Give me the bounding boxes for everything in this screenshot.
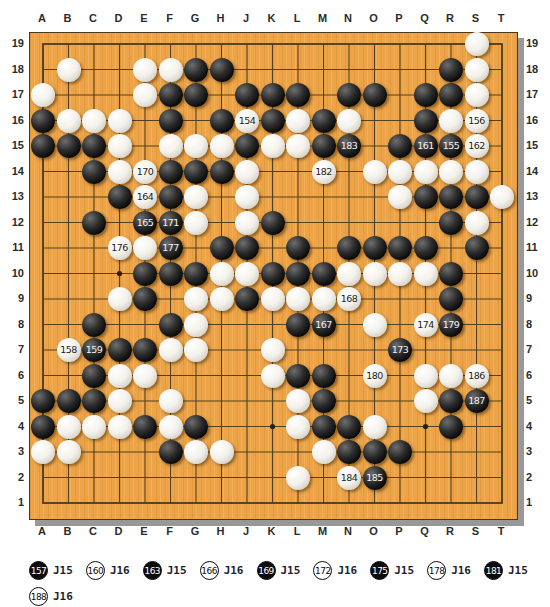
- stone-F12[interactable]: 171: [159, 211, 183, 235]
- stone-D14[interactable]: [108, 160, 132, 184]
- stone-J16[interactable]: 154: [235, 109, 259, 133]
- row-label-left-8: 8: [2, 317, 24, 331]
- stone-C4[interactable]: [82, 415, 106, 439]
- stone-J9[interactable]: [235, 287, 259, 311]
- row-label-left-4: 4: [2, 419, 24, 433]
- stone-R16[interactable]: [439, 109, 463, 133]
- stone-Q14[interactable]: [414, 160, 438, 184]
- row-label-left-14: 14: [2, 164, 24, 178]
- col-label-bottom-C: C: [83, 524, 103, 538]
- row-label-right-8: 8: [526, 317, 548, 331]
- stone-R15[interactable]: 155: [439, 134, 463, 158]
- stone-L15[interactable]: [286, 134, 310, 158]
- stone-M3[interactable]: [312, 440, 336, 464]
- stone-Q6[interactable]: [414, 364, 438, 388]
- stone-J15[interactable]: [235, 134, 259, 158]
- stone-A16[interactable]: [31, 109, 55, 133]
- stone-C6[interactable]: [82, 364, 106, 388]
- white-stone-icon: 166: [200, 561, 219, 580]
- stone-B7[interactable]: 158: [57, 338, 81, 362]
- stone-B4[interactable]: [57, 415, 81, 439]
- caption-move-181: 181J15: [484, 561, 528, 580]
- stone-D4[interactable]: [108, 415, 132, 439]
- stone-M9[interactable]: [312, 287, 336, 311]
- stone-H10[interactable]: [210, 262, 234, 286]
- row-label-right-13: 13: [526, 189, 548, 203]
- row-label-right-12: 12: [526, 215, 548, 229]
- row-label-right-1: 1: [526, 495, 548, 509]
- go-board[interactable]: 1541561831611551621701821641651711761771…: [29, 32, 518, 520]
- stone-F15[interactable]: [159, 134, 183, 158]
- col-label-top-D: D: [109, 11, 129, 25]
- stone-D6[interactable]: [108, 364, 132, 388]
- black-stone-icon: 175: [370, 561, 389, 580]
- stone-M6[interactable]: [312, 364, 336, 388]
- stone-N9[interactable]: 168: [337, 287, 361, 311]
- row-label-right-17: 17: [526, 87, 548, 101]
- stone-C8[interactable]: [82, 313, 106, 337]
- caption-coord: J16: [53, 590, 73, 603]
- stone-C5[interactable]: [82, 389, 106, 413]
- row-label-left-18: 18: [2, 62, 24, 76]
- stone-G3[interactable]: [184, 440, 208, 464]
- move-number: 182: [315, 167, 332, 177]
- stone-S11[interactable]: [465, 236, 489, 260]
- col-label-top-A: A: [32, 11, 52, 25]
- col-label-bottom-O: O: [364, 524, 384, 538]
- stone-P15[interactable]: [388, 134, 412, 158]
- stone-M15[interactable]: [312, 134, 336, 158]
- stone-R13[interactable]: [439, 185, 463, 209]
- stone-N4[interactable]: [337, 415, 361, 439]
- black-stone-icon: 181: [484, 561, 503, 580]
- star-point-Q4: [423, 424, 428, 429]
- stone-P10[interactable]: [388, 262, 412, 286]
- white-stone-icon: 172: [313, 561, 332, 580]
- stone-L10[interactable]: [286, 262, 310, 286]
- row-label-left-17: 17: [2, 87, 24, 101]
- move-number: 158: [60, 345, 77, 355]
- stone-M16[interactable]: [312, 109, 336, 133]
- row-label-right-19: 19: [526, 36, 548, 50]
- stone-D13[interactable]: [108, 185, 132, 209]
- row-label-right-15: 15: [526, 138, 548, 152]
- stone-B18[interactable]: [57, 58, 81, 82]
- stone-S17[interactable]: [465, 83, 489, 107]
- col-label-bottom-M: M: [313, 524, 333, 538]
- stone-K16[interactable]: [261, 109, 285, 133]
- stone-L16[interactable]: [286, 109, 310, 133]
- stone-O2[interactable]: 185: [363, 466, 387, 490]
- stone-Q16[interactable]: [414, 109, 438, 133]
- stone-R14[interactable]: [439, 160, 463, 184]
- stone-L11[interactable]: [286, 236, 310, 260]
- move-number: 173: [392, 345, 409, 355]
- caption-move-188: 188J16: [29, 587, 73, 606]
- move-number: 174: [417, 320, 434, 330]
- stone-T13[interactable]: [490, 185, 514, 209]
- stone-Q13[interactable]: [414, 185, 438, 209]
- stone-L8[interactable]: [286, 313, 310, 337]
- col-label-top-T: T: [491, 11, 511, 25]
- stone-D16[interactable]: [108, 109, 132, 133]
- stone-F13[interactable]: [159, 185, 183, 209]
- white-stone-icon: 160: [86, 561, 105, 580]
- move-number: 179: [443, 320, 460, 330]
- move-number: 164: [137, 192, 154, 202]
- stone-J17[interactable]: [235, 83, 259, 107]
- stone-R5[interactable]: [439, 389, 463, 413]
- row-label-left-7: 7: [2, 342, 24, 356]
- col-label-top-H: H: [211, 11, 231, 25]
- stone-G7[interactable]: [184, 338, 208, 362]
- stone-R9[interactable]: [439, 287, 463, 311]
- stone-Q11[interactable]: [414, 236, 438, 260]
- col-label-top-L: L: [287, 11, 307, 25]
- row-label-left-2: 2: [2, 470, 24, 484]
- stone-O3[interactable]: [363, 440, 387, 464]
- stone-P7[interactable]: 173: [388, 338, 412, 362]
- star-point-D10: [117, 271, 122, 276]
- stone-N2[interactable]: 184: [337, 466, 361, 490]
- stone-R17[interactable]: [439, 83, 463, 107]
- stone-A3[interactable]: [31, 440, 55, 464]
- caption-move-178: 178J16: [427, 561, 471, 580]
- move-number: 159: [86, 345, 103, 355]
- stone-C7[interactable]: 159: [82, 338, 106, 362]
- col-label-bottom-P: P: [389, 524, 409, 538]
- move-number: 167: [315, 320, 332, 330]
- stone-A15[interactable]: [31, 134, 55, 158]
- col-label-bottom-Q: Q: [415, 524, 435, 538]
- stone-G15[interactable]: [184, 134, 208, 158]
- stone-F16[interactable]: [159, 109, 183, 133]
- stone-K10[interactable]: [261, 262, 285, 286]
- stone-L9[interactable]: [286, 287, 310, 311]
- stone-B3[interactable]: [57, 440, 81, 464]
- move-number: 186: [468, 371, 485, 381]
- stone-E14[interactable]: 170: [133, 160, 157, 184]
- col-label-top-P: P: [389, 11, 409, 25]
- stone-E6[interactable]: [133, 364, 157, 388]
- row-label-right-2: 2: [526, 470, 548, 484]
- stone-L5[interactable]: [286, 389, 310, 413]
- stone-J11[interactable]: [235, 236, 259, 260]
- col-label-top-C: C: [83, 11, 103, 25]
- row-label-left-10: 10: [2, 266, 24, 280]
- stone-E7[interactable]: [133, 338, 157, 362]
- stone-G4[interactable]: [184, 415, 208, 439]
- stone-N3[interactable]: [337, 440, 361, 464]
- stone-S5[interactable]: 187: [465, 389, 489, 413]
- stone-J12[interactable]: [235, 211, 259, 235]
- stone-O11[interactable]: [363, 236, 387, 260]
- stone-J10[interactable]: [235, 262, 259, 286]
- col-label-bottom-E: E: [134, 524, 154, 538]
- stone-E4[interactable]: [133, 415, 157, 439]
- stone-A4[interactable]: [31, 415, 55, 439]
- stone-P3[interactable]: [388, 440, 412, 464]
- stone-S19[interactable]: [465, 32, 489, 56]
- stone-O10[interactable]: [363, 262, 387, 286]
- stone-D7[interactable]: [108, 338, 132, 362]
- star-point-K4: [270, 424, 275, 429]
- stone-C12[interactable]: [82, 211, 106, 235]
- stone-G18[interactable]: [184, 58, 208, 82]
- stone-H11[interactable]: [210, 236, 234, 260]
- stone-R12[interactable]: [439, 211, 463, 235]
- row-label-left-15: 15: [2, 138, 24, 152]
- stone-E18[interactable]: [133, 58, 157, 82]
- col-label-bottom-G: G: [185, 524, 205, 538]
- col-label-top-M: M: [313, 11, 333, 25]
- caption-coord: J15: [167, 564, 187, 577]
- stone-L6[interactable]: [286, 364, 310, 388]
- caption-move-160: 160J16: [86, 561, 130, 580]
- stone-E10[interactable]: [133, 262, 157, 286]
- row-label-left-5: 5: [2, 393, 24, 407]
- col-label-bottom-J: J: [236, 524, 256, 538]
- col-label-top-E: E: [134, 11, 154, 25]
- stone-N17[interactable]: [337, 83, 361, 107]
- stone-L2[interactable]: [286, 466, 310, 490]
- stone-S13[interactable]: [465, 185, 489, 209]
- row-label-right-3: 3: [526, 444, 548, 458]
- stone-G12[interactable]: [184, 211, 208, 235]
- row-label-left-6: 6: [2, 368, 24, 382]
- stone-F14[interactable]: [159, 160, 183, 184]
- stone-E12[interactable]: 165: [133, 211, 157, 235]
- stone-C16[interactable]: [82, 109, 106, 133]
- stone-H18[interactable]: [210, 58, 234, 82]
- stone-H16[interactable]: [210, 109, 234, 133]
- stone-F11[interactable]: 177: [159, 236, 183, 260]
- row-label-right-7: 7: [526, 342, 548, 356]
- move-number: 155: [443, 141, 460, 151]
- stone-R6[interactable]: [439, 364, 463, 388]
- stone-O6[interactable]: 180: [363, 364, 387, 388]
- row-label-right-4: 4: [526, 419, 548, 433]
- caption-coord: J16: [224, 564, 244, 577]
- col-label-bottom-D: D: [109, 524, 129, 538]
- move-number: 180: [366, 371, 383, 381]
- move-number: 156: [468, 116, 485, 126]
- col-label-bottom-A: A: [32, 524, 52, 538]
- stone-B15[interactable]: [57, 134, 81, 158]
- move-number: 177: [162, 243, 179, 253]
- stone-K6[interactable]: [261, 364, 285, 388]
- stone-Q5[interactable]: [414, 389, 438, 413]
- stone-C15[interactable]: [82, 134, 106, 158]
- move-number: 187: [468, 396, 485, 406]
- caption-move-175: 175J15: [370, 561, 414, 580]
- stone-S6[interactable]: 186: [465, 364, 489, 388]
- caption-move-163: 163J15: [143, 561, 187, 580]
- stone-E9[interactable]: [133, 287, 157, 311]
- col-label-bottom-L: L: [287, 524, 307, 538]
- col-label-top-J: J: [236, 11, 256, 25]
- stone-G9[interactable]: [184, 287, 208, 311]
- caption-move-157: 157J15: [29, 561, 73, 580]
- stone-G13[interactable]: [184, 185, 208, 209]
- stone-R8[interactable]: 179: [439, 313, 463, 337]
- col-label-top-Q: Q: [415, 11, 435, 25]
- stone-M10[interactable]: [312, 262, 336, 286]
- stone-H3[interactable]: [210, 440, 234, 464]
- stone-H15[interactable]: [210, 134, 234, 158]
- stone-O8[interactable]: [363, 313, 387, 337]
- stone-G17[interactable]: [184, 83, 208, 107]
- col-label-top-K: K: [262, 11, 282, 25]
- stone-K17[interactable]: [261, 83, 285, 107]
- col-label-top-N: N: [338, 11, 358, 25]
- row-label-right-14: 14: [526, 164, 548, 178]
- stone-P14[interactable]: [388, 160, 412, 184]
- black-stone-icon: 157: [29, 561, 48, 580]
- caption-coord: J15: [281, 564, 301, 577]
- stone-D9[interactable]: [108, 287, 132, 311]
- stone-O4[interactable]: [363, 415, 387, 439]
- stone-F4[interactable]: [159, 415, 183, 439]
- caption-line-2: 188J16: [29, 587, 86, 606]
- caption-coord: J16: [110, 564, 130, 577]
- stone-G10[interactable]: [184, 262, 208, 286]
- stone-P11[interactable]: [388, 236, 412, 260]
- row-label-left-9: 9: [2, 291, 24, 305]
- stone-B16[interactable]: [57, 109, 81, 133]
- stone-S14[interactable]: [465, 160, 489, 184]
- stone-D5[interactable]: [108, 389, 132, 413]
- col-label-top-S: S: [466, 11, 486, 25]
- caption-coord: J15: [508, 564, 528, 577]
- col-label-bottom-T: T: [491, 524, 511, 538]
- row-label-left-13: 13: [2, 189, 24, 203]
- move-number: 185: [366, 473, 383, 483]
- stone-Q8[interactable]: 174: [414, 313, 438, 337]
- stone-R10[interactable]: [439, 262, 463, 286]
- row-label-left-3: 3: [2, 444, 24, 458]
- stone-F17[interactable]: [159, 83, 183, 107]
- caption-coord: J15: [53, 564, 73, 577]
- stone-R18[interactable]: [439, 58, 463, 82]
- col-label-top-B: B: [58, 11, 78, 25]
- stone-K15[interactable]: [261, 134, 285, 158]
- stone-N16[interactable]: [337, 109, 361, 133]
- move-number: 154: [239, 116, 256, 126]
- caption-move-172: 172J16: [313, 561, 357, 580]
- row-label-right-16: 16: [526, 113, 548, 127]
- stone-M5[interactable]: [312, 389, 336, 413]
- row-label-right-9: 9: [526, 291, 548, 305]
- caption-coord: J15: [394, 564, 414, 577]
- stone-N11[interactable]: [337, 236, 361, 260]
- caption-coord: J16: [337, 564, 357, 577]
- stone-Q17[interactable]: [414, 83, 438, 107]
- stone-P13[interactable]: [388, 185, 412, 209]
- col-label-top-R: R: [440, 11, 460, 25]
- stone-F10[interactable]: [159, 262, 183, 286]
- caption-coord: J16: [451, 564, 471, 577]
- stone-O17[interactable]: [363, 83, 387, 107]
- stone-Q10[interactable]: [414, 262, 438, 286]
- black-stone-icon: 163: [143, 561, 162, 580]
- row-label-right-11: 11: [526, 240, 548, 254]
- stone-J14[interactable]: [235, 160, 259, 184]
- stone-D11[interactable]: 176: [108, 236, 132, 260]
- stone-N15[interactable]: 183: [337, 134, 361, 158]
- stone-M4[interactable]: [312, 415, 336, 439]
- col-label-bottom-S: S: [466, 524, 486, 538]
- stone-M14[interactable]: 182: [312, 160, 336, 184]
- stone-S12[interactable]: [465, 211, 489, 235]
- col-label-bottom-K: K: [262, 524, 282, 538]
- white-stone-icon: 188: [29, 587, 48, 606]
- row-label-left-16: 16: [2, 113, 24, 127]
- stone-E13[interactable]: 164: [133, 185, 157, 209]
- stone-L4[interactable]: [286, 415, 310, 439]
- stone-E11[interactable]: [133, 236, 157, 260]
- stone-O14[interactable]: [363, 160, 387, 184]
- white-stone-icon: 178: [427, 561, 446, 580]
- stone-K12[interactable]: [261, 211, 285, 235]
- stone-K9[interactable]: [261, 287, 285, 311]
- stone-G14[interactable]: [184, 160, 208, 184]
- stone-S18[interactable]: [465, 58, 489, 82]
- col-label-bottom-B: B: [58, 524, 78, 538]
- stone-C14[interactable]: [82, 160, 106, 184]
- stone-G8[interactable]: [184, 313, 208, 337]
- stone-E17[interactable]: [133, 83, 157, 107]
- move-number: 170: [137, 167, 154, 177]
- stone-H9[interactable]: [210, 287, 234, 311]
- black-stone-icon: 169: [257, 561, 276, 580]
- stone-K7[interactable]: [261, 338, 285, 362]
- row-label-right-18: 18: [526, 62, 548, 76]
- stone-F7[interactable]: [159, 338, 183, 362]
- stone-D15[interactable]: [108, 134, 132, 158]
- col-label-bottom-F: F: [160, 524, 180, 538]
- stone-J13[interactable]: [235, 185, 259, 209]
- move-number: 162: [468, 141, 485, 151]
- row-label-left-12: 12: [2, 215, 24, 229]
- row-label-left-19: 19: [2, 36, 24, 50]
- col-label-top-F: F: [160, 11, 180, 25]
- col-label-bottom-R: R: [440, 524, 460, 538]
- stone-F8[interactable]: [159, 313, 183, 337]
- stone-N10[interactable]: [337, 262, 361, 286]
- row-label-left-1: 1: [2, 495, 24, 509]
- stone-F5[interactable]: [159, 389, 183, 413]
- stone-L17[interactable]: [286, 83, 310, 107]
- stone-S15[interactable]: 162: [465, 134, 489, 158]
- stone-F18[interactable]: [159, 58, 183, 82]
- stone-H14[interactable]: [210, 160, 234, 184]
- move-number: 161: [417, 141, 434, 151]
- stone-R4[interactable]: [439, 415, 463, 439]
- col-label-bottom-N: N: [338, 524, 358, 538]
- go-diagram: 1541561831611551621701821641651711761771…: [0, 0, 550, 607]
- stone-Q15[interactable]: 161: [414, 134, 438, 158]
- row-label-left-11: 11: [2, 240, 24, 254]
- col-label-top-G: G: [185, 11, 205, 25]
- stone-S16[interactable]: 156: [465, 109, 489, 133]
- stone-M8[interactable]: 167: [312, 313, 336, 337]
- col-label-top-O: O: [364, 11, 384, 25]
- stone-A17[interactable]: [31, 83, 55, 107]
- stone-A5[interactable]: [31, 389, 55, 413]
- stone-F3[interactable]: [159, 440, 183, 464]
- stone-B5[interactable]: [57, 389, 81, 413]
